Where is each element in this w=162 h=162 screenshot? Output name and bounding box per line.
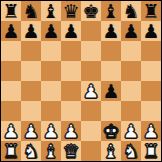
piece-white-pawn[interactable]: ♟ xyxy=(142,121,159,141)
square-f6[interactable] xyxy=(101,41,121,61)
piece-white-knight[interactable]: ♞ xyxy=(22,141,39,161)
square-a6[interactable] xyxy=(1,41,21,61)
square-a7[interactable]: ♟ xyxy=(1,21,21,41)
piece-white-pawn[interactable]: ♟ xyxy=(2,121,19,141)
square-d1[interactable]: ♛ xyxy=(61,141,81,161)
square-b1[interactable]: ♞ xyxy=(21,141,41,161)
square-a1[interactable]: ♜ xyxy=(1,141,21,161)
piece-white-pawn[interactable]: ♟ xyxy=(62,121,79,141)
square-h1[interactable]: ♜ xyxy=(141,141,161,161)
square-d5[interactable] xyxy=(61,61,81,81)
piece-white-bishop[interactable]: ♝ xyxy=(102,141,119,161)
square-e1[interactable] xyxy=(81,141,101,161)
square-g2[interactable]: ♟ xyxy=(121,121,141,141)
square-g3[interactable] xyxy=(121,101,141,121)
piece-black-pawn[interactable]: ♟ xyxy=(62,21,79,41)
square-e3[interactable] xyxy=(81,101,101,121)
piece-black-pawn[interactable]: ♟ xyxy=(42,21,59,41)
piece-white-pawn[interactable]: ♟ xyxy=(42,121,59,141)
piece-white-pawn[interactable]: ♟ xyxy=(82,81,99,101)
square-c1[interactable]: ♝ xyxy=(41,141,61,161)
square-d8[interactable]: ♛ xyxy=(61,1,81,21)
piece-white-knight[interactable]: ♞ xyxy=(122,141,139,161)
piece-white-king[interactable]: ♚ xyxy=(102,121,119,141)
piece-white-queen[interactable]: ♛ xyxy=(62,141,79,161)
square-d2[interactable]: ♟ xyxy=(61,121,81,141)
square-g5[interactable] xyxy=(121,61,141,81)
piece-black-pawn[interactable]: ♟ xyxy=(142,21,159,41)
square-f1[interactable]: ♝ xyxy=(101,141,121,161)
square-g1[interactable]: ♞ xyxy=(121,141,141,161)
square-b5[interactable] xyxy=(21,61,41,81)
square-h7[interactable]: ♟ xyxy=(141,21,161,41)
square-e5[interactable] xyxy=(81,61,101,81)
square-c5[interactable] xyxy=(41,61,61,81)
piece-black-knight[interactable]: ♞ xyxy=(122,1,139,21)
piece-black-pawn[interactable]: ♟ xyxy=(22,21,39,41)
piece-black-bishop[interactable]: ♝ xyxy=(42,1,59,21)
square-h4[interactable] xyxy=(141,81,161,101)
square-c4[interactable] xyxy=(41,81,61,101)
chess-board: ♜♞♝♛♚♝♞♜♟♟♟♟♟♟♟♟♟♟♟♟♟♚♟♟♜♞♝♛♝♞♜ xyxy=(0,0,162,162)
square-a3[interactable] xyxy=(1,101,21,121)
square-f7[interactable]: ♟ xyxy=(101,21,121,41)
square-b8[interactable]: ♞ xyxy=(21,1,41,21)
square-f3[interactable] xyxy=(101,101,121,121)
square-e8[interactable]: ♚ xyxy=(81,1,101,21)
square-h8[interactable]: ♜ xyxy=(141,1,161,21)
square-h3[interactable] xyxy=(141,101,161,121)
square-a2[interactable]: ♟ xyxy=(1,121,21,141)
square-h2[interactable]: ♟ xyxy=(141,121,161,141)
square-e6[interactable] xyxy=(81,41,101,61)
square-a5[interactable] xyxy=(1,61,21,81)
square-e7[interactable] xyxy=(81,21,101,41)
square-b3[interactable] xyxy=(21,101,41,121)
square-g7[interactable]: ♟ xyxy=(121,21,141,41)
square-h6[interactable] xyxy=(141,41,161,61)
piece-black-king[interactable]: ♚ xyxy=(82,1,99,21)
piece-black-rook[interactable]: ♜ xyxy=(2,1,19,21)
square-f4[interactable]: ♟ xyxy=(101,81,121,101)
square-g8[interactable]: ♞ xyxy=(121,1,141,21)
square-g4[interactable] xyxy=(121,81,141,101)
square-d6[interactable] xyxy=(61,41,81,61)
square-a4[interactable] xyxy=(1,81,21,101)
square-f8[interactable]: ♝ xyxy=(101,1,121,21)
square-a8[interactable]: ♜ xyxy=(1,1,21,21)
square-c7[interactable]: ♟ xyxy=(41,21,61,41)
square-f5[interactable] xyxy=(101,61,121,81)
piece-black-bishop[interactable]: ♝ xyxy=(102,1,119,21)
square-d7[interactable]: ♟ xyxy=(61,21,81,41)
square-e2[interactable] xyxy=(81,121,101,141)
square-b2[interactable]: ♟ xyxy=(21,121,41,141)
piece-black-pawn[interactable]: ♟ xyxy=(2,21,19,41)
square-c8[interactable]: ♝ xyxy=(41,1,61,21)
square-h5[interactable] xyxy=(141,61,161,81)
piece-black-pawn[interactable]: ♟ xyxy=(102,81,119,101)
piece-black-pawn[interactable]: ♟ xyxy=(122,21,139,41)
square-c6[interactable] xyxy=(41,41,61,61)
square-d3[interactable] xyxy=(61,101,81,121)
square-c2[interactable]: ♟ xyxy=(41,121,61,141)
square-e4[interactable]: ♟ xyxy=(81,81,101,101)
square-b6[interactable] xyxy=(21,41,41,61)
square-b4[interactable] xyxy=(21,81,41,101)
piece-black-queen[interactable]: ♛ xyxy=(62,1,79,21)
piece-white-bishop[interactable]: ♝ xyxy=(42,141,59,161)
piece-white-pawn[interactable]: ♟ xyxy=(22,121,39,141)
square-c3[interactable] xyxy=(41,101,61,121)
piece-white-pawn[interactable]: ♟ xyxy=(122,121,139,141)
square-g6[interactable] xyxy=(121,41,141,61)
square-d4[interactable] xyxy=(61,81,81,101)
piece-black-pawn[interactable]: ♟ xyxy=(102,21,119,41)
square-f2[interactable]: ♚ xyxy=(101,121,121,141)
piece-white-rook[interactable]: ♜ xyxy=(142,141,159,161)
piece-black-rook[interactable]: ♜ xyxy=(142,1,159,21)
piece-black-knight[interactable]: ♞ xyxy=(22,1,39,21)
piece-white-rook[interactable]: ♜ xyxy=(2,141,19,161)
square-b7[interactable]: ♟ xyxy=(21,21,41,41)
